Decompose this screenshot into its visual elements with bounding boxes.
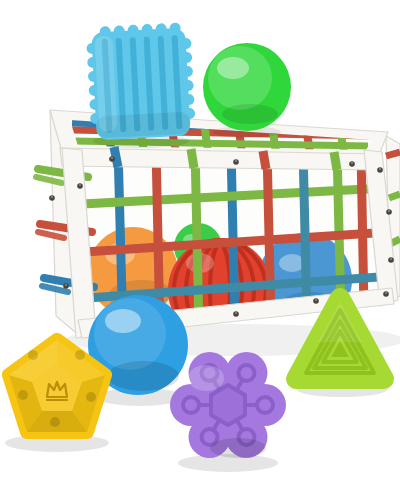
shape-sorter-product-photo xyxy=(0,0,400,488)
ball-green-top xyxy=(203,43,291,131)
textured-cube-blue xyxy=(85,22,196,141)
